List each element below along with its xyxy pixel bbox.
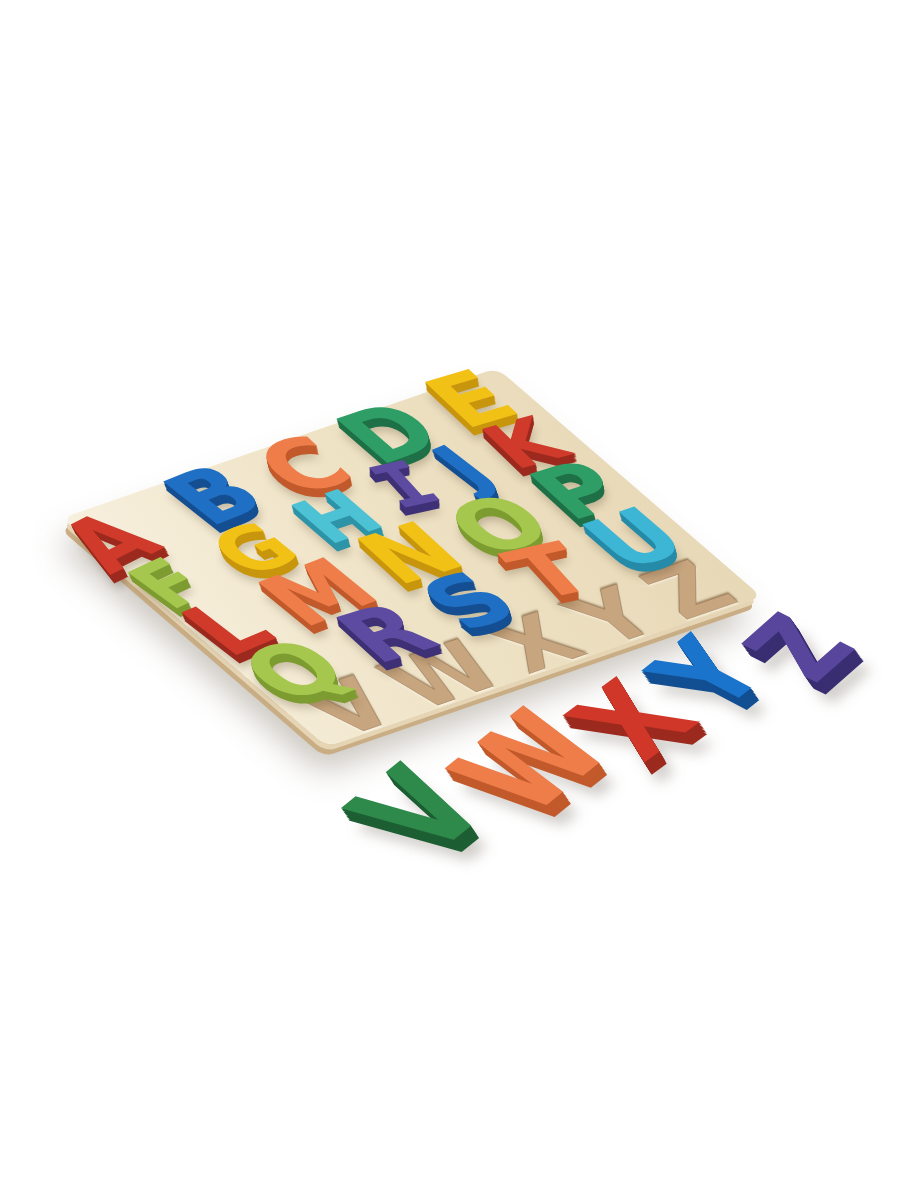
- letter-piece-S[interactable]: S: [414, 568, 526, 635]
- product-photo: ABCDE FGHIJK LMNOP QRSTU VWXYZ VWXYZ: [0, 0, 898, 1200]
- puzzle-board: ABCDE FGHIJK LMNOP QRSTU VWXYZ: [62, 368, 762, 747]
- letter-piece-U[interactable]: U: [576, 505, 696, 573]
- letter-piece-Q[interactable]: Q: [234, 635, 357, 706]
- letter-piece-T[interactable]: T: [498, 541, 604, 602]
- letter-piece-R[interactable]: R: [329, 600, 445, 666]
